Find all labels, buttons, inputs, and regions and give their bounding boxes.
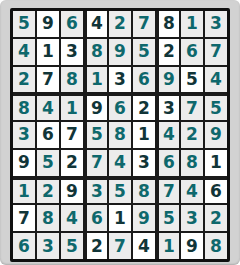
solved-digit: 9	[210, 126, 222, 143]
solved-digit: 4	[163, 126, 175, 143]
solved-digit: 3	[91, 183, 103, 200]
given-digit: 7	[66, 126, 78, 143]
sudoku-cell-r5c7[interactable]: 4	[157, 122, 179, 148]
sudoku-cell-r8c4[interactable]: 6	[85, 205, 107, 231]
solved-digit: 3	[18, 126, 30, 143]
solved-digit: 6	[66, 15, 78, 32]
solved-digit: 2	[18, 71, 30, 88]
solved-digit: 6	[91, 210, 103, 227]
solved-digit: 5	[91, 126, 103, 143]
given-digit: 9	[186, 238, 198, 255]
solved-digit: 6	[163, 154, 175, 171]
sudoku-cell-r6c9[interactable]: 1	[205, 150, 227, 176]
given-digit: 5	[186, 71, 198, 88]
sudoku-cell-r6c5[interactable]: 4	[109, 150, 131, 176]
solved-digit: 8	[114, 126, 126, 143]
solved-digit: 8	[138, 183, 150, 200]
sudoku-cell-r3c7[interactable]: 9	[157, 67, 179, 93]
sudoku-cell-r7c1[interactable]: 1	[13, 178, 35, 204]
sudoku-cell-r3c1[interactable]: 2	[13, 67, 35, 93]
solved-digit: 9	[138, 210, 150, 227]
solved-digit: 3	[42, 238, 54, 255]
sudoku-cell-r7c9[interactable]: 6	[205, 178, 227, 204]
sudoku-cell-r9c6[interactable]: 4	[133, 233, 155, 259]
solved-digit: 6	[18, 238, 30, 255]
sudoku-cell-r2c1[interactable]: 4	[13, 39, 35, 65]
solved-digit: 5	[66, 238, 78, 255]
solved-digit: 4	[210, 71, 222, 88]
given-digit: 2	[91, 238, 103, 255]
sudoku-cell-r1c3[interactable]: 6	[61, 11, 83, 37]
sudoku-cell-r6c8[interactable]: 8	[181, 150, 203, 176]
sudoku-cell-r2c5[interactable]: 9	[109, 39, 131, 65]
solved-digit: 7	[186, 100, 198, 117]
sudoku-cell-r3c2[interactable]: 7	[37, 67, 59, 93]
solved-digit: 4	[114, 154, 126, 171]
given-digit: 8	[163, 15, 175, 32]
sudoku-cell-r4c5[interactable]: 6	[109, 94, 131, 120]
solved-digit: 9	[114, 43, 126, 60]
solved-digit: 1	[66, 100, 78, 117]
given-digit: 1	[42, 43, 54, 60]
sudoku-cell-r3c4[interactable]: 1	[85, 67, 107, 93]
solved-digit: 4	[66, 210, 78, 227]
given-digit: 1	[114, 210, 126, 227]
sudoku-cell-r8c2[interactable]: 8	[37, 205, 59, 231]
sudoku-cell-r4c7[interactable]: 3	[157, 94, 179, 120]
solved-digit: 8	[18, 100, 30, 117]
sudoku-cell-r6c1[interactable]: 9	[13, 150, 35, 176]
sudoku-cell-r3c5[interactable]: 3	[109, 67, 131, 93]
sudoku-cell-r6c2[interactable]: 5	[37, 150, 59, 176]
sudoku-grid: 5964278134138952672781369548419623753675…	[13, 11, 227, 259]
sudoku-cell-r8c8[interactable]: 3	[181, 205, 203, 231]
app-background: 5964278134138952672781369548419623753675…	[0, 0, 240, 265]
sudoku-cell-r8c6[interactable]: 9	[133, 205, 155, 231]
sudoku-cell-r4c4[interactable]: 9	[85, 94, 107, 120]
given-digit: 7	[18, 210, 30, 227]
given-digit: 3	[163, 100, 175, 117]
sudoku-cell-r7c4[interactable]: 3	[85, 178, 107, 204]
sudoku-cell-r8c7[interactable]: 5	[157, 205, 179, 231]
sudoku-cell-r4c1[interactable]: 8	[13, 94, 35, 120]
sudoku-cell-r7c3[interactable]: 9	[61, 178, 83, 204]
solved-digit: 6	[114, 100, 126, 117]
solved-digit: 5	[138, 43, 150, 60]
sudoku-cell-r2c3[interactable]: 3	[61, 39, 83, 65]
sudoku-cell-r9c3[interactable]: 5	[61, 233, 83, 259]
sudoku-cell-r1c2[interactable]: 9	[37, 11, 59, 37]
sudoku-cell-r6c3[interactable]: 2	[61, 150, 83, 176]
sudoku-cell-r4c8[interactable]: 7	[181, 94, 203, 120]
solved-digit: 7	[210, 43, 222, 60]
sudoku-cell-r4c3[interactable]: 1	[61, 94, 83, 120]
sudoku-cell-r8c1[interactable]: 7	[13, 205, 35, 231]
given-digit: 9	[91, 100, 103, 117]
sudoku-cell-r1c1[interactable]: 5	[13, 11, 35, 37]
solved-digit: 8	[42, 210, 54, 227]
sudoku-cell-r5c2[interactable]: 6	[37, 122, 59, 148]
sudoku-cell-r9c4[interactable]: 2	[85, 233, 107, 259]
given-digit: 2	[163, 43, 175, 60]
sudoku-cell-r3c9[interactable]: 4	[205, 67, 227, 93]
solved-digit: 4	[42, 100, 54, 117]
sudoku-cell-r5c6[interactable]: 1	[133, 122, 155, 148]
solved-digit: 1	[91, 71, 103, 88]
solved-digit: 8	[210, 238, 222, 255]
sudoku-cell-r2c4[interactable]: 8	[85, 39, 107, 65]
solved-digit: 7	[114, 238, 126, 255]
solved-digit: 2	[186, 126, 198, 143]
sudoku-board: 5964278134138952672781369548419623753675…	[10, 8, 230, 262]
sudoku-cell-r7c8[interactable]: 4	[181, 178, 203, 204]
sudoku-cell-r7c6[interactable]: 8	[133, 178, 155, 204]
sudoku-cell-r7c2[interactable]: 2	[37, 178, 59, 204]
solved-digit: 3	[186, 210, 198, 227]
sudoku-cell-r6c6[interactable]: 3	[133, 150, 155, 176]
sudoku-cell-r8c9[interactable]: 2	[205, 205, 227, 231]
solved-digit: 5	[18, 15, 30, 32]
sudoku-cell-r1c9[interactable]: 3	[205, 11, 227, 37]
solved-digit: 2	[42, 183, 54, 200]
sudoku-cell-r5c8[interactable]: 2	[181, 122, 203, 148]
sudoku-cell-r5c5[interactable]: 8	[109, 122, 131, 148]
given-digit: 9	[42, 15, 54, 32]
solved-digit: 1	[163, 238, 175, 255]
solved-digit: 8	[186, 154, 198, 171]
solved-digit: 6	[138, 71, 150, 88]
sudoku-cell-r4c9[interactable]: 5	[205, 94, 227, 120]
sudoku-cell-r5c4[interactable]: 5	[85, 122, 107, 148]
sudoku-cell-r4c2[interactable]: 4	[37, 94, 59, 120]
sudoku-cell-r6c7[interactable]: 6	[157, 150, 179, 176]
sudoku-cell-r3c6[interactable]: 6	[133, 67, 155, 93]
given-digit: 4	[138, 238, 150, 255]
sudoku-cell-r6c4[interactable]: 7	[85, 150, 107, 176]
solved-digit: 3	[210, 15, 222, 32]
sudoku-cell-r1c6[interactable]: 7	[133, 11, 155, 37]
solved-digit: 9	[163, 71, 175, 88]
solved-digit: 1	[18, 183, 30, 200]
sudoku-cell-r5c9[interactable]: 9	[205, 122, 227, 148]
sudoku-cell-r1c8[interactable]: 1	[181, 11, 203, 37]
solved-digit: 8	[91, 43, 103, 60]
given-digit: 9	[66, 183, 78, 200]
given-digit: 6	[42, 126, 54, 143]
solved-digit: 7	[163, 183, 175, 200]
sudoku-cell-r9c1[interactable]: 6	[13, 233, 35, 259]
given-digit: 4	[91, 15, 103, 32]
given-digit: 3	[114, 71, 126, 88]
solved-digit: 2	[114, 15, 126, 32]
solved-digit: 7	[91, 154, 103, 171]
sudoku-cell-r3c8[interactable]: 5	[181, 67, 203, 93]
sudoku-cell-r1c5[interactable]: 2	[109, 11, 131, 37]
given-digit: 2	[66, 154, 78, 171]
solved-digit: 8	[66, 71, 78, 88]
given-digit: 6	[210, 183, 222, 200]
sudoku-cell-r8c5[interactable]: 1	[109, 205, 131, 231]
sudoku-cell-r9c8[interactable]: 9	[181, 233, 203, 259]
sudoku-cell-r8c3[interactable]: 4	[61, 205, 83, 231]
solved-digit: 2	[210, 210, 222, 227]
solved-digit: 7	[138, 15, 150, 32]
solved-digit: 5	[163, 210, 175, 227]
given-digit: 2	[138, 100, 150, 117]
sudoku-cell-r9c7[interactable]: 1	[157, 233, 179, 259]
solved-digit: 1	[186, 15, 198, 32]
solved-digit: 5	[210, 100, 222, 117]
given-digit: 3	[66, 43, 78, 60]
sudoku-cell-r1c4[interactable]: 4	[85, 11, 107, 37]
sudoku-cell-r9c2[interactable]: 3	[37, 233, 59, 259]
solved-digit: 4	[18, 43, 30, 60]
given-digit: 1	[210, 154, 222, 171]
sudoku-cell-r2c2[interactable]: 1	[37, 39, 59, 65]
sudoku-cell-r2c7[interactable]: 2	[157, 39, 179, 65]
solved-digit: 4	[186, 183, 198, 200]
given-digit: 7	[42, 71, 54, 88]
sudoku-cell-r5c1[interactable]: 3	[13, 122, 35, 148]
sudoku-cell-r2c6[interactable]: 5	[133, 39, 155, 65]
sudoku-cell-r3c3[interactable]: 8	[61, 67, 83, 93]
given-digit: 1	[138, 126, 150, 143]
given-digit: 9	[18, 154, 30, 171]
sudoku-cell-r1c7[interactable]: 8	[157, 11, 179, 37]
given-digit: 3	[138, 154, 150, 171]
sudoku-cell-r2c8[interactable]: 6	[181, 39, 203, 65]
solved-digit: 5	[42, 154, 54, 171]
sudoku-cell-r9c9[interactable]: 8	[205, 233, 227, 259]
solved-digit: 5	[114, 183, 126, 200]
sudoku-cell-r4c6[interactable]: 2	[133, 94, 155, 120]
solved-digit: 6	[186, 43, 198, 60]
sudoku-cell-r9c5[interactable]: 7	[109, 233, 131, 259]
sudoku-cell-r7c5[interactable]: 5	[109, 178, 131, 204]
sudoku-cell-r2c9[interactable]: 7	[205, 39, 227, 65]
sudoku-cell-r5c3[interactable]: 7	[61, 122, 83, 148]
sudoku-cell-r7c7[interactable]: 7	[157, 178, 179, 204]
